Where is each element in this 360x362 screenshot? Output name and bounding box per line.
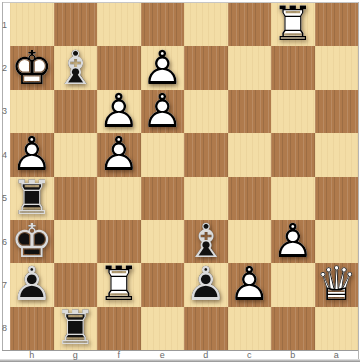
white-rook-outline-layer: ♖ [271,2,315,45]
square-a3[interactable] [315,90,359,133]
white-pawn[interactable]: ♟♙ [141,90,185,133]
white-queen[interactable]: ♛♕ [315,263,359,306]
square-b2[interactable] [271,46,315,89]
black-pawn-outline-layer: ♙ [184,262,228,305]
square-g3[interactable] [54,90,98,133]
file-label-b: b [271,351,315,359]
rank-label-2: 2 [0,63,9,73]
board: ♜♖♚♔♝♗♟♙♟♙♟♙♟♙♟♙♜♖♚♔♝♗♟♙♟♙♜♖♟♙♟♙♛♕♜♖ [10,3,358,350]
square-f8[interactable] [97,307,141,350]
square-a8[interactable] [315,307,359,350]
white-queen-outline-layer: ♕ [315,262,359,305]
square-d4[interactable] [184,133,228,176]
square-c7[interactable]: ♟♙ [228,263,272,306]
rank-label-5: 5 [0,193,9,203]
white-pawn-outline-layer: ♙ [97,132,141,175]
square-d8[interactable] [184,307,228,350]
white-pawn[interactable]: ♟♙ [97,133,141,176]
file-label-d: d [184,351,228,359]
square-c1[interactable] [228,3,272,46]
file-label-a: a [315,351,359,359]
square-a5[interactable] [315,177,359,220]
white-king[interactable]: ♚♔ [10,46,54,89]
square-c3[interactable] [228,90,272,133]
square-h7[interactable]: ♟♙ [10,263,54,306]
square-e3[interactable]: ♟♙ [141,90,185,133]
square-e4[interactable] [141,133,185,176]
black-pawn-outline-layer: ♙ [10,262,54,305]
square-c4[interactable] [228,133,272,176]
panel-border-right [358,2,359,359]
square-h2[interactable]: ♚♔ [10,46,54,89]
square-h8[interactable] [10,307,54,350]
square-d2[interactable] [184,46,228,89]
chess-board-panel: ♜♖♚♔♝♗♟♙♟♙♟♙♟♙♟♙♜♖♚♔♝♗♟♙♟♙♜♖♟♙♟♙♛♕♜♖ 123… [0,0,360,362]
square-g2[interactable]: ♝♗ [54,46,98,89]
black-rook[interactable]: ♜♖ [54,307,98,350]
square-b8[interactable] [271,307,315,350]
square-c5[interactable] [228,177,272,220]
white-king-outline-layer: ♔ [10,45,54,88]
white-rook[interactable]: ♜♖ [97,263,141,306]
square-b4[interactable] [271,133,315,176]
black-pawn[interactable]: ♟♙ [10,263,54,306]
white-rook-outline-layer: ♖ [97,262,141,305]
white-rook[interactable]: ♜♖ [271,3,315,46]
square-a4[interactable] [315,133,359,176]
square-g5[interactable] [54,177,98,220]
black-bishop-outline-layer: ♗ [54,45,98,88]
square-f5[interactable] [97,177,141,220]
white-pawn-outline-layer: ♙ [228,262,272,305]
square-g8[interactable]: ♜♖ [54,307,98,350]
square-a2[interactable] [315,46,359,89]
rank-label-3: 3 [0,106,9,116]
square-a7[interactable]: ♛♕ [315,263,359,306]
black-rook-outline-layer: ♖ [54,306,98,349]
file-label-e: e [141,351,185,359]
rank-label-4: 4 [0,150,9,160]
square-d1[interactable] [184,3,228,46]
file-label-h: h [10,351,54,359]
square-d7[interactable]: ♟♙ [184,263,228,306]
square-c2[interactable] [228,46,272,89]
square-b7[interactable] [271,263,315,306]
white-pawn-outline-layer: ♙ [271,219,315,262]
rank-label-7: 7 [0,280,9,290]
rank-label-1: 1 [0,20,9,30]
square-g6[interactable] [54,220,98,263]
square-f4[interactable]: ♟♙ [97,133,141,176]
black-pawn[interactable]: ♟♙ [184,263,228,306]
file-label-g: g [54,351,98,359]
black-bishop[interactable]: ♝♗ [54,46,98,89]
panel-border-left [2,2,3,351]
file-label-c: c [228,351,272,359]
file-label-f: f [97,351,141,359]
square-c8[interactable] [228,307,272,350]
square-d3[interactable] [184,90,228,133]
square-e7[interactable] [141,263,185,306]
square-b6[interactable]: ♟♙ [271,220,315,263]
square-g4[interactable] [54,133,98,176]
square-e6[interactable] [141,220,185,263]
rank-label-8: 8 [0,323,9,333]
white-pawn[interactable]: ♟♙ [271,220,315,263]
square-f7[interactable]: ♜♖ [97,263,141,306]
rank-label-6: 6 [0,237,9,247]
square-b3[interactable] [271,90,315,133]
square-a1[interactable] [315,3,359,46]
square-e8[interactable] [141,307,185,350]
white-pawn-outline-layer: ♙ [141,89,185,132]
square-e5[interactable] [141,177,185,220]
square-b1[interactable]: ♜♖ [271,3,315,46]
square-f1[interactable] [97,3,141,46]
white-pawn[interactable]: ♟♙ [228,263,272,306]
